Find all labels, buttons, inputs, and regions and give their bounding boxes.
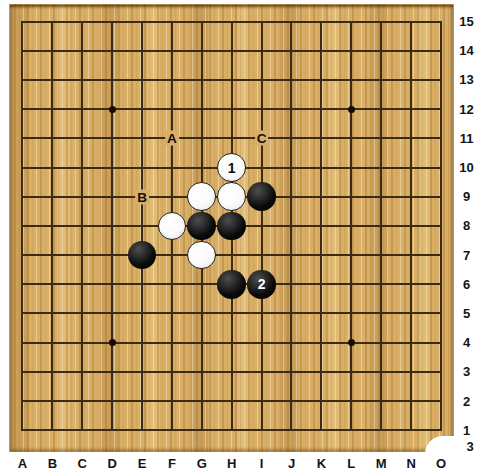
board-point-J2[interactable] [277, 386, 307, 415]
board-point-A14[interactable] [8, 36, 38, 65]
board-point-A6[interactable] [8, 270, 38, 299]
board-point-G8[interactable] [187, 211, 217, 240]
board-point-B8[interactable] [37, 211, 67, 240]
board-point-C13[interactable] [67, 65, 97, 94]
board-point-L12[interactable] [336, 95, 366, 124]
board-point-C10[interactable] [67, 153, 97, 182]
board-point-B5[interactable] [37, 299, 67, 328]
board-point-M7[interactable] [366, 241, 396, 270]
board-point-K2[interactable] [306, 386, 336, 415]
board-point-E10[interactable] [127, 153, 157, 182]
board-point-H13[interactable] [217, 65, 247, 94]
board-point-D3[interactable] [97, 357, 127, 386]
board-point-D4[interactable] [97, 328, 127, 357]
board-point-A1[interactable] [8, 416, 38, 445]
board-point-M14[interactable] [366, 36, 396, 65]
board-point-J14[interactable] [277, 36, 307, 65]
board-point-A15[interactable] [8, 7, 38, 36]
board-point-D11[interactable] [97, 124, 127, 153]
board-point-J1[interactable] [277, 416, 307, 445]
board-point-D14[interactable] [97, 36, 127, 65]
board-point-M6[interactable] [366, 270, 396, 299]
board-point-G1[interactable] [187, 416, 217, 445]
row-label-14: 14 [454, 36, 479, 65]
board-point-F3[interactable] [157, 357, 187, 386]
board-point-C15[interactable] [67, 7, 97, 36]
board-point-L9[interactable] [336, 182, 366, 211]
row-label-11: 11 [454, 124, 479, 153]
column-label-B: B [37, 452, 67, 475]
board-point-M13[interactable] [366, 65, 396, 94]
board-point-L4[interactable] [336, 328, 366, 357]
board-point-N13[interactable] [396, 65, 426, 94]
board-point-B3[interactable] [37, 357, 67, 386]
board-point-M8[interactable] [366, 211, 396, 240]
board-point-E11[interactable] [127, 124, 157, 153]
row-label-6: 6 [454, 270, 479, 299]
board-point-J8[interactable] [277, 211, 307, 240]
board-point-D9[interactable] [97, 182, 127, 211]
board-point-N3[interactable] [396, 357, 426, 386]
board-point-H8[interactable] [217, 211, 247, 240]
board-point-G10[interactable] [187, 153, 217, 182]
board-point-L8[interactable] [336, 211, 366, 240]
stone-white-F8 [158, 212, 187, 241]
board-point-D10[interactable] [97, 153, 127, 182]
stone-white-G9 [187, 182, 216, 211]
board-point-N1[interactable] [396, 416, 426, 445]
row-label-15: 15 [454, 7, 479, 36]
row-label-7: 7 [454, 241, 479, 270]
board-point-L15[interactable] [336, 7, 366, 36]
board-point-H12[interactable] [217, 95, 247, 124]
board-point-F10[interactable] [157, 153, 187, 182]
board-point-B11[interactable] [37, 124, 67, 153]
board-point-K12[interactable] [306, 95, 336, 124]
board-point-I9[interactable] [247, 182, 277, 211]
board-point-B1[interactable] [37, 416, 67, 445]
column-label-H: H [217, 452, 247, 475]
board-point-K4[interactable] [306, 328, 336, 357]
board-point-D15[interactable] [97, 7, 127, 36]
board-point-N11[interactable] [396, 124, 426, 153]
board-point-H15[interactable] [217, 7, 247, 36]
board-point-I4[interactable] [247, 328, 277, 357]
board-point-F8[interactable] [157, 211, 187, 240]
board-point-A10[interactable] [8, 153, 38, 182]
stone-black-H8 [217, 212, 246, 241]
board-point-E6[interactable] [127, 270, 157, 299]
board-point-F7[interactable] [157, 241, 187, 270]
stone-black-I9 [247, 182, 276, 211]
board-point-F12[interactable] [157, 95, 187, 124]
board-point-G9[interactable] [187, 182, 217, 211]
board-point-G7[interactable] [187, 241, 217, 270]
board-point-O11[interactable] [426, 124, 456, 153]
board-point-I11[interactable]: C [247, 124, 277, 153]
board-point-K1[interactable] [306, 416, 336, 445]
board-point-B10[interactable] [37, 153, 67, 182]
board-point-F9[interactable] [157, 182, 187, 211]
board-point-H3[interactable] [217, 357, 247, 386]
board-grid: AC1B2 [8, 7, 456, 445]
board-point-K11[interactable] [306, 124, 336, 153]
board-point-L5[interactable] [336, 299, 366, 328]
board-point-K7[interactable] [306, 241, 336, 270]
board-point-A4[interactable] [8, 328, 38, 357]
row-label-8: 8 [454, 211, 479, 240]
board-point-G6[interactable] [187, 270, 217, 299]
column-coordinates: ABCDEFGHIJKLMNO [0, 452, 480, 475]
board-point-B15[interactable] [37, 7, 67, 36]
board-point-N4[interactable] [396, 328, 426, 357]
board-point-G12[interactable] [187, 95, 217, 124]
board-point-M12[interactable] [366, 95, 396, 124]
board-point-G11[interactable] [187, 124, 217, 153]
column-label-M: M [366, 452, 396, 475]
board-point-I2[interactable] [247, 386, 277, 415]
board-point-H1[interactable] [217, 416, 247, 445]
stone-black-G8 [187, 212, 216, 241]
board-point-J13[interactable] [277, 65, 307, 94]
board-point-N7[interactable] [396, 241, 426, 270]
board-point-M9[interactable] [366, 182, 396, 211]
board-point-B13[interactable] [37, 65, 67, 94]
board-point-L10[interactable] [336, 153, 366, 182]
board-point-C12[interactable] [67, 95, 97, 124]
board-point-B6[interactable] [37, 270, 67, 299]
board-point-O7[interactable] [426, 241, 456, 270]
board-point-J4[interactable] [277, 328, 307, 357]
board-point-A3[interactable] [8, 357, 38, 386]
column-label-J: J [277, 452, 307, 475]
board-point-K8[interactable] [306, 211, 336, 240]
board-point-L7[interactable] [336, 241, 366, 270]
board-point-G3[interactable] [187, 357, 217, 386]
board-point-F11[interactable]: A [157, 124, 187, 153]
board-point-A5[interactable] [8, 299, 38, 328]
board-point-I13[interactable] [247, 65, 277, 94]
board-point-B2[interactable] [37, 386, 67, 415]
stone-white-G7 [187, 241, 216, 270]
board-point-O13[interactable] [426, 65, 456, 94]
board-point-K13[interactable] [306, 65, 336, 94]
board-point-E9[interactable]: B [127, 182, 157, 211]
board-point-C9[interactable] [67, 182, 97, 211]
board-point-O6[interactable] [426, 270, 456, 299]
stone-black-E7 [128, 241, 157, 270]
board-point-N10[interactable] [396, 153, 426, 182]
board-point-A7[interactable] [8, 241, 38, 270]
board-point-J10[interactable] [277, 153, 307, 182]
board-point-C4[interactable] [67, 328, 97, 357]
board-point-I3[interactable] [247, 357, 277, 386]
board-point-N8[interactable] [396, 211, 426, 240]
board-point-H10[interactable]: 1 [217, 153, 247, 182]
board-point-D12[interactable] [97, 95, 127, 124]
board-point-J5[interactable] [277, 299, 307, 328]
board-point-E3[interactable] [127, 357, 157, 386]
board-point-F1[interactable] [157, 416, 187, 445]
board-point-K14[interactable] [306, 36, 336, 65]
board-point-L11[interactable] [336, 124, 366, 153]
board-point-C3[interactable] [67, 357, 97, 386]
board-point-F6[interactable] [157, 270, 187, 299]
board-point-O5[interactable] [426, 299, 456, 328]
board-point-M5[interactable] [366, 299, 396, 328]
board-point-O10[interactable] [426, 153, 456, 182]
board-point-I6[interactable]: 2 [247, 270, 277, 299]
point-label-B: B [135, 189, 149, 204]
board-point-D1[interactable] [97, 416, 127, 445]
row-coordinates: 151413121110987654321 [454, 7, 479, 445]
column-label-A: A [8, 452, 38, 475]
stone-black-H6 [217, 270, 246, 299]
stone-white-H10: 1 [217, 153, 246, 182]
board-point-A11[interactable] [8, 124, 38, 153]
row-label-3: 3 [454, 357, 479, 386]
column-label-G: G [187, 452, 217, 475]
board-point-G5[interactable] [187, 299, 217, 328]
board-point-H7[interactable] [217, 241, 247, 270]
column-label-F: F [157, 452, 187, 475]
board-point-C6[interactable] [67, 270, 97, 299]
move-number-label: 1 [228, 160, 236, 176]
star-point-L12 [348, 106, 355, 113]
board-point-E12[interactable] [127, 95, 157, 124]
board-point-A8[interactable] [8, 211, 38, 240]
row-label-13: 13 [454, 65, 479, 94]
board-point-M3[interactable] [366, 357, 396, 386]
stone-white-H9 [217, 182, 246, 211]
board-point-I12[interactable] [247, 95, 277, 124]
board-point-A13[interactable] [8, 65, 38, 94]
board-point-N15[interactable] [396, 7, 426, 36]
row-label-10: 10 [454, 153, 479, 182]
board-point-I14[interactable] [247, 36, 277, 65]
column-label-D: D [97, 452, 127, 475]
board-point-A2[interactable] [8, 386, 38, 415]
row-label-4: 4 [454, 328, 479, 357]
board-point-O3[interactable] [426, 357, 456, 386]
board-point-B14[interactable] [37, 36, 67, 65]
board-point-E1[interactable] [127, 416, 157, 445]
board-point-D5[interactable] [97, 299, 127, 328]
board-point-N2[interactable] [396, 386, 426, 415]
board-point-I15[interactable] [247, 7, 277, 36]
column-label-E: E [127, 452, 157, 475]
board-point-G4[interactable] [187, 328, 217, 357]
board-point-D8[interactable] [97, 211, 127, 240]
board-point-J12[interactable] [277, 95, 307, 124]
board-point-O12[interactable] [426, 95, 456, 124]
board-point-D2[interactable] [97, 386, 127, 415]
board-point-L2[interactable] [336, 386, 366, 415]
go-diagram: AC1B2 ABCDEFGHIJKLMNO 151413121110987654… [0, 0, 480, 475]
board-point-C5[interactable] [67, 299, 97, 328]
board-point-F14[interactable] [157, 36, 187, 65]
board-point-G13[interactable] [187, 65, 217, 94]
board-point-O4[interactable] [426, 328, 456, 357]
board-point-E8[interactable] [127, 211, 157, 240]
board-point-B9[interactable] [37, 182, 67, 211]
board-point-L14[interactable] [336, 36, 366, 65]
board-point-K15[interactable] [306, 7, 336, 36]
column-label-L: L [336, 452, 366, 475]
board-point-J15[interactable] [277, 7, 307, 36]
board-point-O9[interactable] [426, 182, 456, 211]
board-point-E14[interactable] [127, 36, 157, 65]
board-point-J9[interactable] [277, 182, 307, 211]
board-point-M4[interactable] [366, 328, 396, 357]
board-point-I5[interactable] [247, 299, 277, 328]
board-point-K5[interactable] [306, 299, 336, 328]
board-point-F13[interactable] [157, 65, 187, 94]
board-point-F5[interactable] [157, 299, 187, 328]
board-point-H6[interactable] [217, 270, 247, 299]
board-point-L6[interactable] [336, 270, 366, 299]
board-point-N12[interactable] [396, 95, 426, 124]
board-point-M2[interactable] [366, 386, 396, 415]
column-label-I: I [247, 452, 277, 475]
board-point-G14[interactable] [187, 36, 217, 65]
board-point-I10[interactable] [247, 153, 277, 182]
board-point-F4[interactable] [157, 328, 187, 357]
board-point-H11[interactable] [217, 124, 247, 153]
board-point-N5[interactable] [396, 299, 426, 328]
board-point-J11[interactable] [277, 124, 307, 153]
board-point-H5[interactable] [217, 299, 247, 328]
board-point-M10[interactable] [366, 153, 396, 182]
board-point-H9[interactable] [217, 182, 247, 211]
board-point-B4[interactable] [37, 328, 67, 357]
board-point-C2[interactable] [67, 386, 97, 415]
board-point-I1[interactable] [247, 416, 277, 445]
board-point-E4[interactable] [127, 328, 157, 357]
column-label-K: K [307, 452, 337, 475]
board-point-C11[interactable] [67, 124, 97, 153]
board-point-C7[interactable] [67, 241, 97, 270]
board-point-G2[interactable] [187, 386, 217, 415]
board-point-C1[interactable] [67, 416, 97, 445]
board-point-I7[interactable] [247, 241, 277, 270]
board-point-D6[interactable] [97, 270, 127, 299]
point-label-C: C [255, 131, 269, 146]
board-point-D13[interactable] [97, 65, 127, 94]
column-label-N: N [396, 452, 426, 475]
row-label-9: 9 [454, 182, 479, 211]
board-point-O15[interactable] [426, 7, 456, 36]
board-point-O2[interactable] [426, 386, 456, 415]
board-point-K3[interactable] [306, 357, 336, 386]
board-point-K9[interactable] [306, 182, 336, 211]
board-point-E2[interactable] [127, 386, 157, 415]
board-point-F2[interactable] [157, 386, 187, 415]
board-point-H4[interactable] [217, 328, 247, 357]
board-point-C14[interactable] [67, 36, 97, 65]
column-label-C: C [67, 452, 97, 475]
board-point-H14[interactable] [217, 36, 247, 65]
board-point-B12[interactable] [37, 95, 67, 124]
move-number-label: 2 [258, 276, 266, 292]
row-label-5: 5 [454, 299, 479, 328]
board-point-H2[interactable] [217, 386, 247, 415]
board-point-G15[interactable] [187, 7, 217, 36]
board-point-D7[interactable] [97, 241, 127, 270]
row-label-2: 2 [454, 387, 479, 416]
board-point-I8[interactable] [247, 211, 277, 240]
board-point-K6[interactable] [306, 270, 336, 299]
diagram-number: 3 [462, 440, 478, 454]
board-point-O14[interactable] [426, 36, 456, 65]
board-point-F15[interactable] [157, 7, 187, 36]
board-point-N6[interactable] [396, 270, 426, 299]
star-point-D12 [109, 106, 116, 113]
board-point-O8[interactable] [426, 211, 456, 240]
star-point-L4 [348, 339, 355, 346]
board-point-A12[interactable] [8, 95, 38, 124]
board-point-C8[interactable] [67, 211, 97, 240]
board-point-M11[interactable] [366, 124, 396, 153]
board-point-L1[interactable] [336, 416, 366, 445]
star-point-D4 [109, 339, 116, 346]
board-point-E15[interactable] [127, 7, 157, 36]
board-point-E5[interactable] [127, 299, 157, 328]
board-point-L3[interactable] [336, 357, 366, 386]
board-point-E13[interactable] [127, 65, 157, 94]
board-point-J6[interactable] [277, 270, 307, 299]
board-point-A9[interactable] [8, 182, 38, 211]
board-point-L13[interactable] [336, 65, 366, 94]
board-point-M15[interactable] [366, 7, 396, 36]
board-point-N9[interactable] [396, 182, 426, 211]
stone-black-I6: 2 [247, 270, 276, 299]
board-point-J3[interactable] [277, 357, 307, 386]
board-point-M1[interactable] [366, 416, 396, 445]
board-point-N14[interactable] [396, 36, 426, 65]
board-point-E7[interactable] [127, 241, 157, 270]
board-point-B7[interactable] [37, 241, 67, 270]
row-label-12: 12 [454, 95, 479, 124]
board-point-K10[interactable] [306, 153, 336, 182]
board-point-J7[interactable] [277, 241, 307, 270]
point-label-A: A [165, 131, 179, 146]
